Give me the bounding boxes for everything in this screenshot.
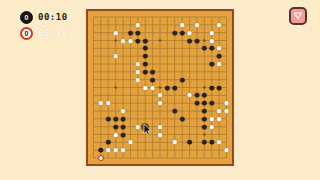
flag-icon bbox=[293, 11, 303, 21]
black-clock: 0 00:10 bbox=[20, 10, 68, 24]
last-move-marker bbox=[98, 155, 104, 161]
game-screen: 0 00:10 0 00:08 ●●●●●●●●●●●●●●●●●●●●●●●●… bbox=[0, 0, 320, 180]
black-captures: 0 bbox=[25, 14, 29, 21]
black-stone-icon: 0 bbox=[20, 11, 33, 24]
black-time: 00:10 bbox=[38, 12, 68, 22]
white-captures: 0 bbox=[25, 30, 29, 37]
white-time: 00:08 bbox=[38, 28, 68, 38]
white-stone-icon: 0 bbox=[20, 27, 33, 40]
board-grid bbox=[88, 11, 232, 164]
white-clock: 0 00:08 bbox=[20, 26, 68, 40]
resign-button[interactable] bbox=[289, 7, 307, 25]
hover-ghost-stone bbox=[141, 123, 149, 131]
go-board[interactable]: ●●●●●●●●●●●●●●●●●●●●●●●●●●●●●●●●●●●●●●●●… bbox=[86, 9, 234, 166]
